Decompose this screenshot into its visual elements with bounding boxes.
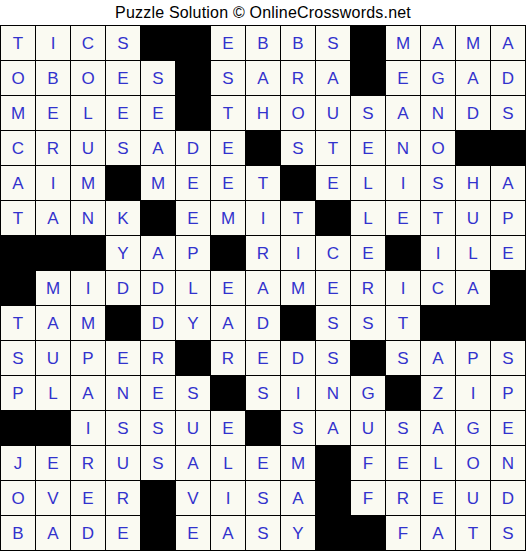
cell-r3c5: E (141, 96, 175, 130)
block-r7c3 (71, 236, 105, 270)
cell-r13c15: N (491, 446, 525, 480)
cell-r13c3: R (71, 446, 105, 480)
cell-r11c3: A (71, 376, 105, 410)
block-r15c5 (141, 516, 175, 550)
cell-r3c4: E (106, 96, 140, 130)
cell-r5c10: E (316, 166, 350, 200)
cell-r1c1: T (1, 26, 35, 60)
cell-r13c6: A (176, 446, 210, 480)
cell-r1c14: M (456, 26, 490, 60)
cell-r10c14: P (456, 341, 490, 375)
cell-r8c3: I (71, 271, 105, 305)
block-r12c8 (246, 411, 280, 445)
cell-r14c11: F (351, 481, 385, 515)
cell-r12c14: G (456, 411, 490, 445)
cell-r3c14: D (456, 96, 490, 130)
block-r2c6 (176, 61, 210, 95)
cell-r8c5: D (141, 271, 175, 305)
cell-r11c2: L (36, 376, 70, 410)
cell-r6c8: I (246, 201, 280, 235)
cell-r13c5: S (141, 446, 175, 480)
cell-r5c13: S (421, 166, 455, 200)
cell-r8c9: M (281, 271, 315, 305)
cell-r14c15: D (491, 481, 525, 515)
cell-r2c2: B (36, 61, 70, 95)
cell-r15c15: S (491, 516, 525, 550)
block-r1c11 (351, 26, 385, 60)
cell-r14c9: A (281, 481, 315, 515)
block-r8c1 (1, 271, 35, 305)
block-r9c13 (421, 306, 455, 340)
cell-r9c5: D (141, 306, 175, 340)
cell-r7c9: I (281, 236, 315, 270)
cell-r14c8: S (246, 481, 280, 515)
cell-r10c1: S (1, 341, 35, 375)
cell-r14c2: V (36, 481, 70, 515)
block-r9c9 (281, 306, 315, 340)
cell-r13c11: F (351, 446, 385, 480)
block-r15c11 (351, 516, 385, 550)
block-r11c7 (211, 376, 245, 410)
cell-r6c13: T (421, 201, 455, 235)
cell-r5c11: L (351, 166, 385, 200)
cell-r15c4: E (106, 516, 140, 550)
cell-r5c14: H (456, 166, 490, 200)
block-r13c10 (316, 446, 350, 480)
cell-r10c8: E (246, 341, 280, 375)
block-r4c14 (456, 131, 490, 165)
block-r7c12 (386, 236, 420, 270)
block-r1c5 (141, 26, 175, 60)
cell-r1c15: A (491, 26, 525, 60)
cell-r2c8: A (246, 61, 280, 95)
cell-r9c7: A (211, 306, 245, 340)
block-r14c5 (141, 481, 175, 515)
block-r7c7 (211, 236, 245, 270)
cell-r7c10: C (316, 236, 350, 270)
cell-r3c7: T (211, 96, 245, 130)
cell-r4c11: E (351, 131, 385, 165)
cell-r5c1: A (1, 166, 35, 200)
cell-r2c3: O (71, 61, 105, 95)
block-r8c15 (491, 271, 525, 305)
cell-r14c1: O (1, 481, 35, 515)
cell-r14c12: R (386, 481, 420, 515)
cell-r11c6: S (176, 376, 210, 410)
cell-r13c7: L (211, 446, 245, 480)
cell-r3c12: A (386, 96, 420, 130)
cell-r4c5: A (141, 131, 175, 165)
block-r5c9 (281, 166, 315, 200)
cell-r3c2: E (36, 96, 70, 130)
cell-r15c13: A (421, 516, 455, 550)
block-r12c2 (36, 411, 70, 445)
cell-r2c12: E (386, 61, 420, 95)
cell-r13c9: M (281, 446, 315, 480)
cell-r4c13: O (421, 131, 455, 165)
cell-r6c1: T (1, 201, 35, 235)
cell-r8c10: E (316, 271, 350, 305)
cell-r15c6: E (176, 516, 210, 550)
cell-r10c9: D (281, 341, 315, 375)
block-r6c5 (141, 201, 175, 235)
cell-r11c8: S (246, 376, 280, 410)
cell-r8c8: A (246, 271, 280, 305)
cell-r10c12: S (386, 341, 420, 375)
block-r7c2 (36, 236, 70, 270)
block-r1c6 (176, 26, 210, 60)
cell-r1c3: C (71, 26, 105, 60)
cell-r12c13: A (421, 411, 455, 445)
crossword-grid: TICSEBBSMAMAOBOESSARAEGADMELEETHOUSANDSC… (0, 25, 526, 551)
block-r9c15 (491, 306, 525, 340)
cell-r2c10: A (316, 61, 350, 95)
cell-r14c14: U (456, 481, 490, 515)
cell-r5c5: M (141, 166, 175, 200)
block-r9c14 (456, 306, 490, 340)
cell-r2c7: S (211, 61, 245, 95)
block-r7c1 (1, 236, 35, 270)
cell-r12c9: S (281, 411, 315, 445)
cell-r4c6: D (176, 131, 210, 165)
cell-r4c12: N (386, 131, 420, 165)
cell-r12c15: E (491, 411, 525, 445)
cell-r14c4: R (106, 481, 140, 515)
cell-r8c12: I (386, 271, 420, 305)
cell-r6c2: A (36, 201, 70, 235)
cell-r1c7: E (211, 26, 245, 60)
cell-r11c1: P (1, 376, 35, 410)
cell-r2c13: G (421, 61, 455, 95)
cell-r6c15: P (491, 201, 525, 235)
cell-r4c7: E (211, 131, 245, 165)
cell-r3c15: S (491, 96, 525, 130)
block-r9c4 (106, 306, 140, 340)
cell-r9c12: T (386, 306, 420, 340)
cell-r12c4: S (106, 411, 140, 445)
cell-r4c10: T (316, 131, 350, 165)
cell-r10c3: P (71, 341, 105, 375)
cell-r2c1: O (1, 61, 35, 95)
cell-r6c4: K (106, 201, 140, 235)
cell-r10c7: R (211, 341, 245, 375)
cell-r15c1: B (1, 516, 35, 550)
cell-r1c8: B (246, 26, 280, 60)
block-r11c12 (386, 376, 420, 410)
cell-r3c3: L (71, 96, 105, 130)
cell-r12c5: S (141, 411, 175, 445)
cell-r10c4: E (106, 341, 140, 375)
cell-r8c7: E (211, 271, 245, 305)
cell-r7c6: P (176, 236, 210, 270)
block-r2c11 (351, 61, 385, 95)
cell-r12c7: E (211, 411, 245, 445)
cell-r13c8: E (246, 446, 280, 480)
cell-r9c11: S (351, 306, 385, 340)
cell-r9c3: M (71, 306, 105, 340)
cell-r11c5: E (141, 376, 175, 410)
cell-r5c2: I (36, 166, 70, 200)
cell-r15c12: F (386, 516, 420, 550)
block-r15c10 (316, 516, 350, 550)
block-r3c6 (176, 96, 210, 130)
cell-r3c10: U (316, 96, 350, 130)
cell-r10c13: A (421, 341, 455, 375)
cell-r6c12: E (386, 201, 420, 235)
cell-r12c10: A (316, 411, 350, 445)
cell-r2c15: D (491, 61, 525, 95)
cell-r7c11: E (351, 236, 385, 270)
block-r12c1 (1, 411, 35, 445)
cell-r2c4: E (106, 61, 140, 95)
cell-r6c9: T (281, 201, 315, 235)
cell-r2c5: S (141, 61, 175, 95)
cell-r10c5: R (141, 341, 175, 375)
cell-r4c2: R (36, 131, 70, 165)
cell-r8c6: L (176, 271, 210, 305)
cell-r14c7: I (211, 481, 245, 515)
cell-r8c14: A (456, 271, 490, 305)
cell-r11c9: I (281, 376, 315, 410)
cell-r7c13: I (421, 236, 455, 270)
cell-r6c14: U (456, 201, 490, 235)
cell-r1c10: S (316, 26, 350, 60)
cell-r12c12: S (386, 411, 420, 445)
cell-r15c3: D (71, 516, 105, 550)
cell-r5c15: A (491, 166, 525, 200)
cell-r13c1: J (1, 446, 35, 480)
cell-r2c14: A (456, 61, 490, 95)
cell-r14c3: E (71, 481, 105, 515)
cell-r3c9: O (281, 96, 315, 130)
cell-r14c13: E (421, 481, 455, 515)
cell-r9c6: Y (176, 306, 210, 340)
block-r5c4 (106, 166, 140, 200)
cell-r9c1: T (1, 306, 35, 340)
cell-r5c6: E (176, 166, 210, 200)
cell-r13c2: E (36, 446, 70, 480)
cell-r2c9: R (281, 61, 315, 95)
cell-r6c7: M (211, 201, 245, 235)
cell-r13c13: L (421, 446, 455, 480)
cell-r15c9: Y (281, 516, 315, 550)
cell-r11c15: P (491, 376, 525, 410)
cell-r9c2: A (36, 306, 70, 340)
cell-r10c2: U (36, 341, 70, 375)
cell-r13c14: O (456, 446, 490, 480)
cell-r9c8: D (246, 306, 280, 340)
block-r4c15 (491, 131, 525, 165)
cell-r1c12: M (386, 26, 420, 60)
cell-r7c4: Y (106, 236, 140, 270)
cell-r7c5: A (141, 236, 175, 270)
cell-r15c14: T (456, 516, 490, 550)
cell-r15c8: S (246, 516, 280, 550)
cell-r6c6: E (176, 201, 210, 235)
block-r4c8 (246, 131, 280, 165)
cell-r3c13: N (421, 96, 455, 130)
cell-r5c8: T (246, 166, 280, 200)
cell-r6c11: L (351, 201, 385, 235)
cell-r3c1: M (1, 96, 35, 130)
cell-r4c4: S (106, 131, 140, 165)
cell-r11c10: N (316, 376, 350, 410)
cell-r5c7: E (211, 166, 245, 200)
cell-r11c13: Z (421, 376, 455, 410)
cell-r13c12: E (386, 446, 420, 480)
cell-r4c1: C (1, 131, 35, 165)
cell-r3c11: S (351, 96, 385, 130)
cell-r8c11: R (351, 271, 385, 305)
block-r10c6 (176, 341, 210, 375)
cell-r10c15: S (491, 341, 525, 375)
cell-r6c3: N (71, 201, 105, 235)
cell-r1c4: S (106, 26, 140, 60)
cell-r8c2: M (36, 271, 70, 305)
cell-r11c11: G (351, 376, 385, 410)
cell-r14c6: V (176, 481, 210, 515)
cell-r1c9: B (281, 26, 315, 60)
block-r14c10 (316, 481, 350, 515)
cell-r9c10: S (316, 306, 350, 340)
page-title: Puzzle Solution © OnlineCrosswords.net (0, 0, 526, 25)
cell-r1c13: A (421, 26, 455, 60)
cell-r12c11: U (351, 411, 385, 445)
cell-r15c2: A (36, 516, 70, 550)
cell-r11c4: N (106, 376, 140, 410)
cell-r1c2: I (36, 26, 70, 60)
cell-r11c14: I (456, 376, 490, 410)
cell-r3c8: H (246, 96, 280, 130)
cell-r5c12: I (386, 166, 420, 200)
cell-r4c3: U (71, 131, 105, 165)
cell-r7c14: L (456, 236, 490, 270)
cell-r8c4: D (106, 271, 140, 305)
cell-r7c8: R (246, 236, 280, 270)
block-r6c10 (316, 201, 350, 235)
cell-r8c13: C (421, 271, 455, 305)
cell-r12c6: U (176, 411, 210, 445)
cell-r13c4: U (106, 446, 140, 480)
cell-r7c15: E (491, 236, 525, 270)
cell-r15c7: A (211, 516, 245, 550)
block-r10c11 (351, 341, 385, 375)
cell-r12c3: I (71, 411, 105, 445)
cell-r10c10: S (316, 341, 350, 375)
cell-r4c9: S (281, 131, 315, 165)
cell-r5c3: M (71, 166, 105, 200)
